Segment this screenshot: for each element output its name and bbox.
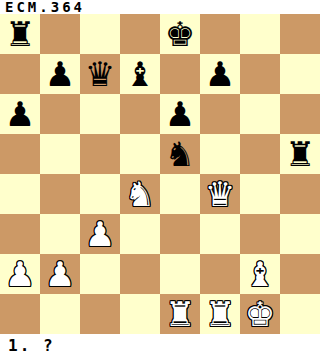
move-prompt: 1. ? bbox=[8, 337, 55, 355]
square-f4[interactable]: ♛ bbox=[200, 174, 240, 214]
black-king: ♚ bbox=[165, 14, 195, 54]
square-g8[interactable] bbox=[240, 14, 280, 54]
black-rook: ♜ bbox=[285, 134, 315, 174]
square-b3[interactable] bbox=[40, 214, 80, 254]
white-rook: ♜ bbox=[165, 294, 195, 334]
square-a4[interactable] bbox=[0, 174, 40, 214]
square-d4[interactable]: ♞ bbox=[120, 174, 160, 214]
square-e1[interactable]: ♜ bbox=[160, 294, 200, 334]
white-bishop: ♝ bbox=[245, 254, 275, 294]
square-h7[interactable] bbox=[280, 54, 320, 94]
square-g4[interactable] bbox=[240, 174, 280, 214]
square-c5[interactable] bbox=[80, 134, 120, 174]
square-g7[interactable] bbox=[240, 54, 280, 94]
square-a7[interactable] bbox=[0, 54, 40, 94]
square-c1[interactable] bbox=[80, 294, 120, 334]
square-c6[interactable] bbox=[80, 94, 120, 134]
square-g6[interactable] bbox=[240, 94, 280, 134]
square-h3[interactable] bbox=[280, 214, 320, 254]
square-a8[interactable]: ♜ bbox=[0, 14, 40, 54]
square-d6[interactable] bbox=[120, 94, 160, 134]
square-h4[interactable] bbox=[280, 174, 320, 214]
square-c4[interactable] bbox=[80, 174, 120, 214]
black-pawn: ♟ bbox=[5, 94, 35, 134]
black-pawn: ♟ bbox=[45, 54, 75, 94]
square-d8[interactable] bbox=[120, 14, 160, 54]
square-c8[interactable] bbox=[80, 14, 120, 54]
white-knight: ♞ bbox=[125, 174, 155, 214]
square-b5[interactable] bbox=[40, 134, 80, 174]
white-pawn: ♟ bbox=[5, 254, 35, 294]
square-e2[interactable] bbox=[160, 254, 200, 294]
square-a2[interactable]: ♟ bbox=[0, 254, 40, 294]
white-pawn: ♟ bbox=[45, 254, 75, 294]
chess-board: ♜♚♟♛♝♟♟♟♞♜♞♛♟♟♟♝♜♜♚ bbox=[0, 14, 320, 334]
square-g3[interactable] bbox=[240, 214, 280, 254]
square-b7[interactable]: ♟ bbox=[40, 54, 80, 94]
square-f8[interactable] bbox=[200, 14, 240, 54]
square-f3[interactable] bbox=[200, 214, 240, 254]
black-bishop: ♝ bbox=[125, 54, 155, 94]
square-f2[interactable] bbox=[200, 254, 240, 294]
square-g5[interactable] bbox=[240, 134, 280, 174]
black-knight: ♞ bbox=[165, 134, 195, 174]
square-e7[interactable] bbox=[160, 54, 200, 94]
black-pawn: ♟ bbox=[205, 54, 235, 94]
white-queen: ♛ bbox=[205, 174, 235, 214]
square-e6[interactable]: ♟ bbox=[160, 94, 200, 134]
white-pawn: ♟ bbox=[85, 214, 115, 254]
square-d2[interactable] bbox=[120, 254, 160, 294]
square-h2[interactable] bbox=[280, 254, 320, 294]
square-a1[interactable] bbox=[0, 294, 40, 334]
square-e4[interactable] bbox=[160, 174, 200, 214]
square-d5[interactable] bbox=[120, 134, 160, 174]
square-b2[interactable]: ♟ bbox=[40, 254, 80, 294]
square-c2[interactable] bbox=[80, 254, 120, 294]
square-d7[interactable]: ♝ bbox=[120, 54, 160, 94]
square-f6[interactable] bbox=[200, 94, 240, 134]
square-e5[interactable]: ♞ bbox=[160, 134, 200, 174]
black-queen: ♛ bbox=[85, 54, 115, 94]
diagram-title: ECM.364 bbox=[5, 0, 85, 14]
square-d3[interactable] bbox=[120, 214, 160, 254]
white-rook: ♜ bbox=[205, 294, 235, 334]
square-d1[interactable] bbox=[120, 294, 160, 334]
square-g1[interactable]: ♚ bbox=[240, 294, 280, 334]
square-a3[interactable] bbox=[0, 214, 40, 254]
square-b1[interactable] bbox=[40, 294, 80, 334]
square-e3[interactable] bbox=[160, 214, 200, 254]
square-f7[interactable]: ♟ bbox=[200, 54, 240, 94]
square-f1[interactable]: ♜ bbox=[200, 294, 240, 334]
square-b6[interactable] bbox=[40, 94, 80, 134]
square-b4[interactable] bbox=[40, 174, 80, 214]
square-c3[interactable]: ♟ bbox=[80, 214, 120, 254]
white-king: ♚ bbox=[245, 294, 275, 334]
square-h1[interactable] bbox=[280, 294, 320, 334]
square-h8[interactable] bbox=[280, 14, 320, 54]
square-a6[interactable]: ♟ bbox=[0, 94, 40, 134]
square-e8[interactable]: ♚ bbox=[160, 14, 200, 54]
square-b8[interactable] bbox=[40, 14, 80, 54]
square-h6[interactable] bbox=[280, 94, 320, 134]
square-h5[interactable]: ♜ bbox=[280, 134, 320, 174]
black-rook: ♜ bbox=[5, 14, 35, 54]
black-pawn: ♟ bbox=[165, 94, 195, 134]
square-f5[interactable] bbox=[200, 134, 240, 174]
square-g2[interactable]: ♝ bbox=[240, 254, 280, 294]
square-a5[interactable] bbox=[0, 134, 40, 174]
square-c7[interactable]: ♛ bbox=[80, 54, 120, 94]
